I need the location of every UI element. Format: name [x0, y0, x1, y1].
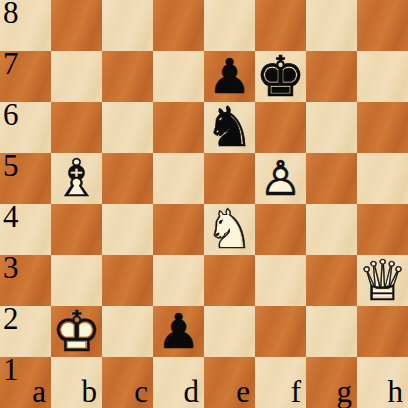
black-pawn[interactable]: ♟ — [153, 306, 204, 357]
square-h6[interactable] — [357, 102, 408, 153]
square-g4[interactable] — [306, 204, 357, 255]
square-e2[interactable] — [204, 306, 255, 357]
black-knight[interactable]: ♞ — [204, 102, 255, 153]
square-g8[interactable] — [306, 0, 357, 51]
white-pawn[interactable]: ♟♙ — [255, 153, 306, 204]
square-c3[interactable] — [102, 255, 153, 306]
square-a1[interactable] — [0, 357, 51, 408]
chess-board: ♟♚♞♝♗♟♙♞♘♛♕♚♔♟87654321abcdefgh — [0, 0, 408, 408]
square-e1[interactable] — [204, 357, 255, 408]
black-king[interactable]: ♚ — [255, 51, 306, 102]
square-h7[interactable] — [357, 51, 408, 102]
square-g2[interactable] — [306, 306, 357, 357]
square-h1[interactable] — [357, 357, 408, 408]
square-e8[interactable] — [204, 0, 255, 51]
square-c7[interactable] — [102, 51, 153, 102]
square-d8[interactable] — [153, 0, 204, 51]
square-g1[interactable] — [306, 357, 357, 408]
white-king[interactable]: ♚♔ — [51, 306, 102, 357]
white-bishop[interactable]: ♝♗ — [51, 153, 102, 204]
square-a8[interactable] — [0, 0, 51, 51]
square-f8[interactable] — [255, 0, 306, 51]
square-f1[interactable] — [255, 357, 306, 408]
square-b6[interactable] — [51, 102, 102, 153]
white-bishop-glyph: ♝ — [51, 153, 102, 204]
square-e6[interactable]: ♞ — [204, 102, 255, 153]
black-pawn[interactable]: ♟ — [204, 51, 255, 102]
square-c2[interactable] — [102, 306, 153, 357]
square-h5[interactable] — [357, 153, 408, 204]
square-b5[interactable]: ♝♗ — [51, 153, 102, 204]
square-d6[interactable] — [153, 102, 204, 153]
square-c1[interactable] — [102, 357, 153, 408]
square-g5[interactable] — [306, 153, 357, 204]
square-c4[interactable] — [102, 204, 153, 255]
white-queen-outline: ♕ — [357, 255, 408, 306]
square-f4[interactable] — [255, 204, 306, 255]
square-a3[interactable] — [0, 255, 51, 306]
square-d3[interactable] — [153, 255, 204, 306]
square-e3[interactable] — [204, 255, 255, 306]
square-f3[interactable] — [255, 255, 306, 306]
square-e5[interactable] — [204, 153, 255, 204]
black-king-glyph: ♚ — [255, 51, 306, 102]
square-c8[interactable] — [102, 0, 153, 51]
square-b4[interactable] — [51, 204, 102, 255]
black-pawn-glyph: ♟ — [153, 306, 204, 357]
square-h8[interactable] — [357, 0, 408, 51]
white-pawn-outline: ♙ — [255, 153, 306, 204]
white-bishop-outline: ♗ — [51, 153, 102, 204]
white-queen[interactable]: ♛♕ — [357, 255, 408, 306]
square-e4[interactable]: ♞♘ — [204, 204, 255, 255]
square-d4[interactable] — [153, 204, 204, 255]
square-f5[interactable]: ♟♙ — [255, 153, 306, 204]
white-knight-outline: ♘ — [204, 204, 255, 255]
square-a5[interactable] — [0, 153, 51, 204]
square-a2[interactable] — [0, 306, 51, 357]
square-h2[interactable] — [357, 306, 408, 357]
white-queen-glyph: ♛ — [357, 255, 408, 306]
square-h4[interactable] — [357, 204, 408, 255]
white-king-glyph: ♚ — [51, 306, 102, 357]
square-d7[interactable] — [153, 51, 204, 102]
square-b3[interactable] — [51, 255, 102, 306]
square-b8[interactable] — [51, 0, 102, 51]
square-d5[interactable] — [153, 153, 204, 204]
square-c6[interactable] — [102, 102, 153, 153]
square-f7[interactable]: ♚ — [255, 51, 306, 102]
white-king-outline: ♔ — [51, 306, 102, 357]
square-g3[interactable] — [306, 255, 357, 306]
square-c5[interactable] — [102, 153, 153, 204]
white-knight[interactable]: ♞♘ — [204, 204, 255, 255]
square-a4[interactable] — [0, 204, 51, 255]
square-f2[interactable] — [255, 306, 306, 357]
square-e7[interactable]: ♟ — [204, 51, 255, 102]
square-b1[interactable] — [51, 357, 102, 408]
square-f6[interactable] — [255, 102, 306, 153]
black-knight-glyph: ♞ — [204, 102, 255, 153]
square-a7[interactable] — [0, 51, 51, 102]
square-d1[interactable] — [153, 357, 204, 408]
black-pawn-glyph: ♟ — [204, 51, 255, 102]
square-a6[interactable] — [0, 102, 51, 153]
square-b7[interactable] — [51, 51, 102, 102]
square-b2[interactable]: ♚♔ — [51, 306, 102, 357]
square-d2[interactable]: ♟ — [153, 306, 204, 357]
square-h3[interactable]: ♛♕ — [357, 255, 408, 306]
white-pawn-glyph: ♟ — [255, 153, 306, 204]
square-g6[interactable] — [306, 102, 357, 153]
white-knight-glyph: ♞ — [204, 204, 255, 255]
square-g7[interactable] — [306, 51, 357, 102]
